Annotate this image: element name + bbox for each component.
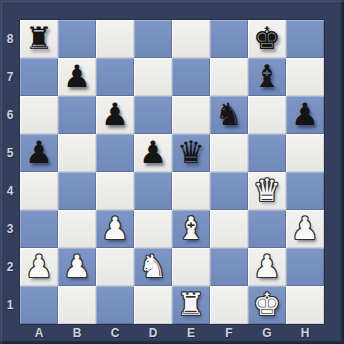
square-b4[interactable] — [58, 172, 96, 210]
square-c8[interactable] — [96, 20, 134, 58]
square-d7[interactable] — [134, 58, 172, 96]
square-a2[interactable]: ♟ — [20, 248, 58, 286]
square-h8[interactable] — [286, 20, 324, 58]
square-a8[interactable]: ♜ — [20, 20, 58, 58]
square-f4[interactable] — [210, 172, 248, 210]
black-queen[interactable]: ♛ — [177, 134, 205, 171]
square-b2[interactable]: ♟ — [58, 248, 96, 286]
square-b1[interactable] — [58, 286, 96, 324]
black-rook[interactable]: ♜ — [25, 20, 53, 57]
square-e4[interactable] — [172, 172, 210, 210]
square-d2[interactable]: ♞ — [134, 248, 172, 286]
square-f7[interactable] — [210, 58, 248, 96]
rank-labels: 87654321 — [0, 20, 20, 324]
rank-label-1: 1 — [0, 286, 20, 324]
square-g6[interactable] — [248, 96, 286, 134]
square-f1[interactable] — [210, 286, 248, 324]
square-c3[interactable]: ♟ — [96, 210, 134, 248]
square-h3[interactable]: ♟ — [286, 210, 324, 248]
square-c1[interactable] — [96, 286, 134, 324]
square-a7[interactable] — [20, 58, 58, 96]
white-king[interactable]: ♚ — [253, 286, 281, 323]
white-bishop[interactable]: ♝ — [177, 210, 205, 247]
square-a3[interactable] — [20, 210, 58, 248]
white-pawn[interactable]: ♟ — [63, 248, 91, 285]
black-pawn[interactable]: ♟ — [139, 134, 167, 171]
square-f6[interactable]: ♞ — [210, 96, 248, 134]
chess-board-frame: 87654321 ♜♚♟♝♟♞♟♟♟♛♛♟♝♟♟♟♞♟♜♚ ABCDEFGH — [0, 0, 344, 344]
square-f3[interactable] — [210, 210, 248, 248]
file-labels: ABCDEFGH — [20, 324, 324, 344]
square-g1[interactable]: ♚ — [248, 286, 286, 324]
square-d5[interactable]: ♟ — [134, 134, 172, 172]
square-b8[interactable] — [58, 20, 96, 58]
file-label-g: G — [248, 324, 286, 344]
square-g8[interactable]: ♚ — [248, 20, 286, 58]
rank-label-3: 3 — [0, 210, 20, 248]
file-label-e: E — [172, 324, 210, 344]
square-h2[interactable] — [286, 248, 324, 286]
square-d8[interactable] — [134, 20, 172, 58]
square-h4[interactable] — [286, 172, 324, 210]
square-b5[interactable] — [58, 134, 96, 172]
square-a1[interactable] — [20, 286, 58, 324]
square-e1[interactable]: ♜ — [172, 286, 210, 324]
square-g5[interactable] — [248, 134, 286, 172]
square-h1[interactable] — [286, 286, 324, 324]
square-g2[interactable]: ♟ — [248, 248, 286, 286]
square-e7[interactable] — [172, 58, 210, 96]
square-e2[interactable] — [172, 248, 210, 286]
square-b3[interactable] — [58, 210, 96, 248]
square-d6[interactable] — [134, 96, 172, 134]
square-g7[interactable]: ♝ — [248, 58, 286, 96]
square-h6[interactable]: ♟ — [286, 96, 324, 134]
black-bishop[interactable]: ♝ — [253, 58, 281, 95]
square-h5[interactable] — [286, 134, 324, 172]
white-pawn[interactable]: ♟ — [25, 248, 53, 285]
black-king[interactable]: ♚ — [253, 20, 281, 57]
file-label-a: A — [20, 324, 58, 344]
square-c4[interactable] — [96, 172, 134, 210]
square-g4[interactable]: ♛ — [248, 172, 286, 210]
black-pawn[interactable]: ♟ — [101, 96, 129, 133]
square-d3[interactable] — [134, 210, 172, 248]
square-c5[interactable] — [96, 134, 134, 172]
rank-label-6: 6 — [0, 96, 20, 134]
square-b6[interactable] — [58, 96, 96, 134]
file-label-f: F — [210, 324, 248, 344]
square-a6[interactable] — [20, 96, 58, 134]
black-pawn[interactable]: ♟ — [63, 58, 91, 95]
black-pawn[interactable]: ♟ — [25, 134, 53, 171]
square-f2[interactable] — [210, 248, 248, 286]
board-grid: ♜♚♟♝♟♞♟♟♟♛♛♟♝♟♟♟♞♟♜♚ — [20, 20, 324, 324]
rank-label-7: 7 — [0, 58, 20, 96]
white-rook[interactable]: ♜ — [177, 286, 205, 323]
white-pawn[interactable]: ♟ — [253, 248, 281, 285]
square-f8[interactable] — [210, 20, 248, 58]
square-e6[interactable] — [172, 96, 210, 134]
square-c6[interactable]: ♟ — [96, 96, 134, 134]
black-pawn[interactable]: ♟ — [291, 96, 319, 133]
black-knight[interactable]: ♞ — [215, 96, 243, 133]
square-f5[interactable] — [210, 134, 248, 172]
square-a5[interactable]: ♟ — [20, 134, 58, 172]
white-queen[interactable]: ♛ — [253, 172, 281, 209]
square-a4[interactable] — [20, 172, 58, 210]
file-label-b: B — [58, 324, 96, 344]
rank-label-4: 4 — [0, 172, 20, 210]
white-pawn[interactable]: ♟ — [291, 210, 319, 247]
square-e5[interactable]: ♛ — [172, 134, 210, 172]
file-label-d: D — [134, 324, 172, 344]
square-c2[interactable] — [96, 248, 134, 286]
square-g3[interactable] — [248, 210, 286, 248]
square-b7[interactable]: ♟ — [58, 58, 96, 96]
white-knight[interactable]: ♞ — [139, 248, 167, 285]
rank-label-2: 2 — [0, 248, 20, 286]
square-c7[interactable] — [96, 58, 134, 96]
rank-label-8: 8 — [0, 20, 20, 58]
rank-label-5: 5 — [0, 134, 20, 172]
square-d1[interactable] — [134, 286, 172, 324]
file-label-h: H — [286, 324, 324, 344]
file-label-c: C — [96, 324, 134, 344]
square-d4[interactable] — [134, 172, 172, 210]
square-h7[interactable] — [286, 58, 324, 96]
square-e8[interactable] — [172, 20, 210, 58]
white-pawn[interactable]: ♟ — [101, 210, 129, 247]
square-e3[interactable]: ♝ — [172, 210, 210, 248]
